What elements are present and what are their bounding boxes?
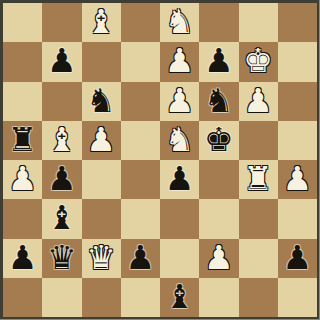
piece-black-knight[interactable]: ♞	[86, 82, 116, 120]
square-e3[interactable]	[160, 199, 199, 238]
square-g7[interactable]: ♚	[239, 42, 278, 81]
square-g2[interactable]	[239, 239, 278, 278]
square-f5[interactable]: ♚	[199, 121, 238, 160]
piece-white-pawn[interactable]: ♟	[86, 121, 116, 159]
square-c7[interactable]	[82, 42, 121, 81]
piece-white-knight[interactable]: ♞	[165, 3, 195, 41]
square-f8[interactable]	[199, 3, 238, 42]
piece-white-pawn[interactable]: ♟	[165, 82, 195, 120]
square-f7[interactable]: ♟	[199, 42, 238, 81]
square-g6[interactable]: ♟	[239, 82, 278, 121]
square-c3[interactable]	[82, 199, 121, 238]
piece-white-pawn[interactable]: ♟	[165, 42, 195, 80]
square-b8[interactable]	[42, 3, 81, 42]
square-f2[interactable]: ♟	[199, 239, 238, 278]
square-e2[interactable]	[160, 239, 199, 278]
square-h2[interactable]: ♟	[278, 239, 317, 278]
piece-black-pawn[interactable]: ♟	[165, 160, 195, 198]
piece-black-bishop[interactable]: ♝	[47, 199, 77, 237]
square-e7[interactable]: ♟	[160, 42, 199, 81]
piece-white-pawn[interactable]: ♟	[8, 160, 38, 198]
piece-white-king[interactable]: ♚	[243, 42, 273, 80]
square-g3[interactable]	[239, 199, 278, 238]
square-b2[interactable]: ♛	[42, 239, 81, 278]
piece-white-knight[interactable]: ♞	[165, 121, 195, 159]
piece-black-pawn[interactable]: ♟	[47, 42, 77, 80]
square-d3[interactable]	[121, 199, 160, 238]
square-f4[interactable]	[199, 160, 238, 199]
piece-black-pawn[interactable]: ♟	[8, 239, 38, 277]
square-c1[interactable]	[82, 278, 121, 317]
square-a8[interactable]	[3, 3, 42, 42]
square-a2[interactable]: ♟	[3, 239, 42, 278]
square-e4[interactable]: ♟	[160, 160, 199, 199]
square-e5[interactable]: ♞	[160, 121, 199, 160]
square-b3[interactable]: ♝	[42, 199, 81, 238]
piece-black-pawn[interactable]: ♟	[283, 239, 313, 277]
square-h1[interactable]	[278, 278, 317, 317]
piece-white-pawn[interactable]: ♟	[204, 239, 234, 277]
square-c4[interactable]	[82, 160, 121, 199]
square-g5[interactable]	[239, 121, 278, 160]
square-a7[interactable]	[3, 42, 42, 81]
piece-white-queen[interactable]: ♛	[86, 239, 116, 277]
square-h5[interactable]	[278, 121, 317, 160]
square-c5[interactable]: ♟	[82, 121, 121, 160]
square-h6[interactable]	[278, 82, 317, 121]
piece-black-pawn[interactable]: ♟	[126, 239, 156, 277]
square-d4[interactable]	[121, 160, 160, 199]
square-b6[interactable]	[42, 82, 81, 121]
square-b1[interactable]	[42, 278, 81, 317]
square-a3[interactable]	[3, 199, 42, 238]
square-d8[interactable]	[121, 3, 160, 42]
square-h8[interactable]	[278, 3, 317, 42]
square-h4[interactable]: ♟	[278, 160, 317, 199]
square-g8[interactable]	[239, 3, 278, 42]
square-b4[interactable]: ♟	[42, 160, 81, 199]
square-d6[interactable]	[121, 82, 160, 121]
piece-black-bishop[interactable]: ♝	[165, 278, 195, 316]
square-b7[interactable]: ♟	[42, 42, 81, 81]
piece-white-bishop[interactable]: ♝	[47, 121, 77, 159]
piece-white-pawn[interactable]: ♟	[283, 160, 313, 198]
piece-white-pawn[interactable]: ♟	[243, 82, 273, 120]
piece-black-pawn[interactable]: ♟	[47, 160, 77, 198]
square-c2[interactable]: ♛	[82, 239, 121, 278]
square-c8[interactable]: ♝	[82, 3, 121, 42]
board-frame: ♝♞♟♟♟♚♞♟♞♟♜♝♟♞♚♟♟♟♜♟♝♟♛♛♟♟♟♝	[0, 0, 320, 320]
square-h3[interactable]	[278, 199, 317, 238]
square-e6[interactable]: ♟	[160, 82, 199, 121]
square-g4[interactable]: ♜	[239, 160, 278, 199]
square-f1[interactable]	[199, 278, 238, 317]
square-a6[interactable]	[3, 82, 42, 121]
square-b5[interactable]: ♝	[42, 121, 81, 160]
square-g1[interactable]	[239, 278, 278, 317]
chess-board: ♝♞♟♟♟♚♞♟♞♟♜♝♟♞♚♟♟♟♜♟♝♟♛♛♟♟♟♝	[3, 3, 317, 317]
square-c6[interactable]: ♞	[82, 82, 121, 121]
square-e1[interactable]: ♝	[160, 278, 199, 317]
square-d2[interactable]: ♟	[121, 239, 160, 278]
square-f6[interactable]: ♞	[199, 82, 238, 121]
square-a5[interactable]: ♜	[3, 121, 42, 160]
square-h7[interactable]	[278, 42, 317, 81]
piece-black-pawn[interactable]: ♟	[204, 42, 234, 80]
square-f3[interactable]	[199, 199, 238, 238]
piece-black-rook[interactable]: ♜	[8, 121, 38, 159]
square-d7[interactable]	[121, 42, 160, 81]
square-a4[interactable]: ♟	[3, 160, 42, 199]
piece-black-king[interactable]: ♚	[204, 121, 234, 159]
square-d5[interactable]	[121, 121, 160, 160]
piece-black-queen[interactable]: ♛	[47, 239, 77, 277]
square-e8[interactable]: ♞	[160, 3, 199, 42]
square-a1[interactable]	[3, 278, 42, 317]
piece-white-bishop[interactable]: ♝	[86, 3, 116, 41]
piece-black-knight[interactable]: ♞	[204, 82, 234, 120]
square-d1[interactable]	[121, 278, 160, 317]
piece-white-rook[interactable]: ♜	[243, 160, 273, 198]
